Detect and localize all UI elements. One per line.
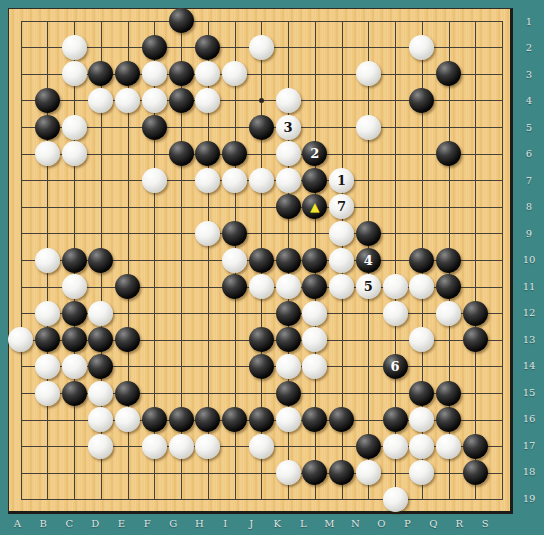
column-label-E: E bbox=[118, 519, 125, 529]
stone-white-K14 bbox=[276, 354, 301, 379]
stone-white-N18 bbox=[356, 460, 381, 485]
stone-black-R13 bbox=[463, 327, 488, 352]
stone-black-O14: 6 bbox=[383, 354, 408, 379]
row-label-16: 16 bbox=[523, 414, 536, 424]
stone-black-Q15 bbox=[436, 381, 461, 406]
stone-black-E15 bbox=[115, 381, 140, 406]
stone-black-Q16 bbox=[436, 407, 461, 432]
stone-white-D15 bbox=[88, 381, 113, 406]
column-label-I: I bbox=[223, 519, 227, 529]
row-label-6: 6 bbox=[526, 149, 532, 159]
stone-black-G16 bbox=[169, 407, 194, 432]
stone-white-P17 bbox=[409, 434, 434, 459]
stone-white-F4 bbox=[142, 88, 167, 113]
stone-white-D17 bbox=[88, 434, 113, 459]
row-label-9: 9 bbox=[526, 229, 532, 239]
stone-white-C6 bbox=[62, 141, 87, 166]
stone-white-O19 bbox=[383, 487, 408, 512]
stone-black-G4 bbox=[169, 88, 194, 113]
stone-white-J17 bbox=[249, 434, 274, 459]
row-label-19: 19 bbox=[523, 494, 536, 504]
stone-black-K10 bbox=[276, 248, 301, 273]
stone-white-C5 bbox=[62, 115, 87, 140]
stone-white-H17 bbox=[195, 434, 220, 459]
stone-black-Q11 bbox=[436, 274, 461, 299]
stone-black-G3 bbox=[169, 61, 194, 86]
stone-black-L10 bbox=[302, 248, 327, 273]
stone-white-O11 bbox=[383, 274, 408, 299]
stone-black-O16 bbox=[383, 407, 408, 432]
stone-white-D12 bbox=[88, 301, 113, 326]
stone-white-C11 bbox=[62, 274, 87, 299]
row-label-14: 14 bbox=[523, 361, 536, 371]
row-label-2: 2 bbox=[526, 43, 532, 53]
column-label-B: B bbox=[40, 519, 47, 529]
column-label-C: C bbox=[65, 519, 73, 529]
stone-white-Q12 bbox=[436, 301, 461, 326]
stone-white-M9 bbox=[329, 221, 354, 246]
stone-black-K13 bbox=[276, 327, 301, 352]
stone-black-G6 bbox=[169, 141, 194, 166]
column-label-H: H bbox=[195, 519, 204, 529]
grid-line-vertical bbox=[502, 21, 503, 501]
stone-white-F7 bbox=[142, 168, 167, 193]
go-board-frame: ABCDEFGHIJKLMNOPQRS 12345678910111213141… bbox=[0, 0, 544, 535]
column-label-Q: Q bbox=[429, 519, 437, 529]
move-number-1: 1 bbox=[337, 174, 346, 187]
stone-black-F16 bbox=[142, 407, 167, 432]
stone-white-P2 bbox=[409, 35, 434, 60]
stone-black-J14 bbox=[249, 354, 274, 379]
column-label-P: P bbox=[404, 519, 411, 529]
grid-line-vertical bbox=[475, 21, 476, 501]
column-label-R: R bbox=[456, 519, 464, 529]
stone-white-J7 bbox=[249, 168, 274, 193]
move-number-6: 6 bbox=[391, 360, 400, 373]
stone-black-P10 bbox=[409, 248, 434, 273]
stone-black-K8 bbox=[276, 194, 301, 219]
stone-white-K18 bbox=[276, 460, 301, 485]
stone-black-N17 bbox=[356, 434, 381, 459]
move-number-5: 5 bbox=[364, 280, 373, 293]
stone-white-Q17 bbox=[436, 434, 461, 459]
stone-white-H7 bbox=[195, 168, 220, 193]
stone-white-L12 bbox=[302, 301, 327, 326]
stone-black-C10 bbox=[62, 248, 87, 273]
stone-black-P15 bbox=[409, 381, 434, 406]
stone-white-J11 bbox=[249, 274, 274, 299]
triangle-marker: ▲ bbox=[310, 201, 319, 213]
stone-black-B5 bbox=[35, 115, 60, 140]
stone-black-N9 bbox=[356, 221, 381, 246]
row-label-15: 15 bbox=[523, 388, 536, 398]
row-label-7: 7 bbox=[526, 176, 532, 186]
stone-black-I9 bbox=[222, 221, 247, 246]
column-label-M: M bbox=[324, 519, 334, 529]
stone-black-J16 bbox=[249, 407, 274, 432]
row-label-17: 17 bbox=[523, 441, 536, 451]
stone-white-B15 bbox=[35, 381, 60, 406]
column-label-A: A bbox=[14, 519, 21, 529]
move-number-2: 2 bbox=[310, 147, 319, 160]
stone-black-Q6 bbox=[436, 141, 461, 166]
stone-black-F5 bbox=[142, 115, 167, 140]
stone-white-E4 bbox=[115, 88, 140, 113]
stone-black-R17 bbox=[463, 434, 488, 459]
row-label-12: 12 bbox=[523, 308, 536, 318]
row-label-13: 13 bbox=[523, 335, 536, 345]
stone-white-I7 bbox=[222, 168, 247, 193]
stone-black-C15 bbox=[62, 381, 87, 406]
move-number-4: 4 bbox=[364, 254, 373, 267]
column-label-S: S bbox=[482, 519, 489, 529]
stone-black-R12 bbox=[463, 301, 488, 326]
stone-white-M11 bbox=[329, 274, 354, 299]
stone-black-H2 bbox=[195, 35, 220, 60]
stone-black-D10 bbox=[88, 248, 113, 273]
row-label-11: 11 bbox=[523, 282, 536, 292]
column-label-J: J bbox=[249, 519, 253, 529]
stone-black-G1 bbox=[169, 8, 194, 33]
column-label-G: G bbox=[169, 519, 177, 529]
stone-white-C14 bbox=[62, 354, 87, 379]
stone-white-C3 bbox=[62, 61, 87, 86]
stone-white-F17 bbox=[142, 434, 167, 459]
column-label-L: L bbox=[300, 519, 307, 529]
column-label-F: F bbox=[144, 519, 151, 529]
stone-white-K11 bbox=[276, 274, 301, 299]
row-label-5: 5 bbox=[526, 123, 532, 133]
stone-white-G17 bbox=[169, 434, 194, 459]
row-label-4: 4 bbox=[526, 96, 532, 106]
stone-white-O17 bbox=[383, 434, 408, 459]
stone-black-F2 bbox=[142, 35, 167, 60]
stone-black-J10 bbox=[249, 248, 274, 273]
stone-black-L7 bbox=[302, 168, 327, 193]
row-label-8: 8 bbox=[526, 202, 532, 212]
column-label-O: O bbox=[377, 519, 385, 529]
grid-line-horizontal bbox=[21, 499, 503, 500]
row-label-10: 10 bbox=[523, 255, 536, 265]
stone-black-C13 bbox=[62, 327, 87, 352]
stone-black-Q10 bbox=[436, 248, 461, 273]
stone-white-N5 bbox=[356, 115, 381, 140]
stone-white-I10 bbox=[222, 248, 247, 273]
row-label-1: 1 bbox=[526, 17, 532, 27]
move-number-3: 3 bbox=[284, 121, 293, 134]
stone-black-B4 bbox=[35, 88, 60, 113]
stone-black-J5 bbox=[249, 115, 274, 140]
stone-white-C2 bbox=[62, 35, 87, 60]
row-label-3: 3 bbox=[526, 70, 532, 80]
stone-white-M10 bbox=[329, 248, 354, 273]
stone-white-K16 bbox=[276, 407, 301, 432]
stone-white-K5: 3 bbox=[276, 115, 301, 140]
stone-white-K7 bbox=[276, 168, 301, 193]
stone-white-B10 bbox=[35, 248, 60, 273]
stone-white-B14 bbox=[35, 354, 60, 379]
stone-white-O12 bbox=[383, 301, 408, 326]
stone-black-K15 bbox=[276, 381, 301, 406]
stone-black-C12 bbox=[62, 301, 87, 326]
column-label-K: K bbox=[274, 519, 281, 529]
stone-white-K6 bbox=[276, 141, 301, 166]
stone-black-K12 bbox=[276, 301, 301, 326]
column-label-N: N bbox=[351, 519, 360, 529]
stone-white-J2 bbox=[249, 35, 274, 60]
stone-white-N11: 5 bbox=[356, 274, 381, 299]
stone-black-R18 bbox=[463, 460, 488, 485]
stone-white-N3 bbox=[356, 61, 381, 86]
stone-white-B6 bbox=[35, 141, 60, 166]
stone-white-B12 bbox=[35, 301, 60, 326]
column-label-D: D bbox=[91, 519, 99, 529]
row-label-18: 18 bbox=[523, 467, 536, 477]
stone-black-J13 bbox=[249, 327, 274, 352]
stone-white-K4 bbox=[276, 88, 301, 113]
stone-black-M16 bbox=[329, 407, 354, 432]
move-number-7: 7 bbox=[337, 200, 346, 213]
stone-black-N10: 4 bbox=[356, 248, 381, 273]
stone-white-M7: 1 bbox=[329, 168, 354, 193]
